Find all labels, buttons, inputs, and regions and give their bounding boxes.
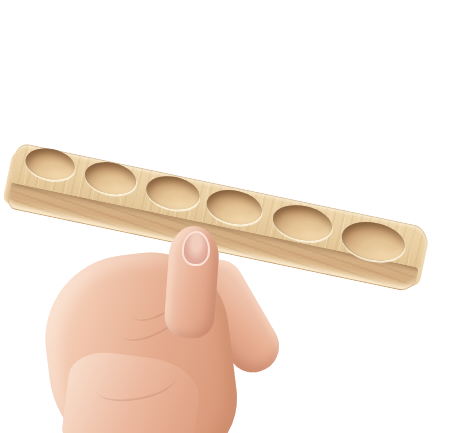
photo-scene <box>0 0 450 433</box>
